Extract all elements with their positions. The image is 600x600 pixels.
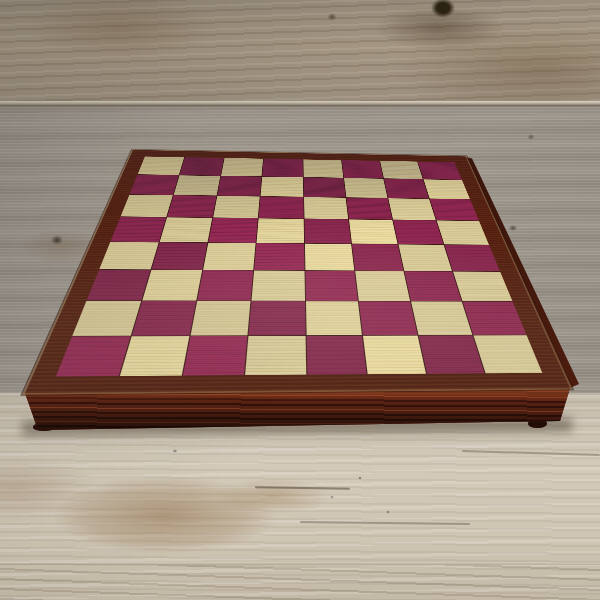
square-g2[interactable] — [411, 301, 472, 335]
square-b8[interactable] — [180, 157, 224, 175]
square-c6[interactable] — [213, 196, 260, 218]
square-f4[interactable] — [352, 244, 404, 271]
square-e8[interactable] — [303, 159, 343, 177]
square-f6[interactable] — [346, 198, 392, 220]
square-g5[interactable] — [393, 220, 443, 244]
square-e4[interactable] — [304, 243, 353, 270]
square-b5[interactable] — [160, 218, 213, 243]
square-d5[interactable] — [257, 219, 304, 243]
square-a1[interactable] — [56, 336, 131, 376]
square-g4[interactable] — [398, 244, 452, 271]
square-d4[interactable] — [255, 243, 305, 270]
square-d1[interactable] — [245, 336, 305, 375]
square-h8[interactable] — [418, 162, 462, 180]
square-d2[interactable] — [249, 301, 305, 335]
square-b3[interactable] — [142, 270, 202, 301]
square-d3[interactable] — [252, 270, 305, 300]
square-g7[interactable] — [384, 179, 429, 199]
square-e6[interactable] — [304, 197, 348, 219]
square-a5[interactable] — [111, 217, 167, 242]
square-g8[interactable] — [380, 161, 423, 179]
square-e7[interactable] — [303, 177, 345, 197]
square-f2[interactable] — [359, 301, 418, 335]
square-h2[interactable] — [462, 301, 526, 334]
photo-scene — [0, 0, 600, 600]
square-e1[interactable] — [306, 336, 366, 375]
square-a3[interactable] — [87, 270, 151, 301]
square-f3[interactable] — [355, 271, 410, 301]
chess-board-grid — [56, 156, 542, 376]
square-c2[interactable] — [191, 301, 251, 335]
square-b7[interactable] — [174, 175, 221, 195]
square-c8[interactable] — [221, 158, 263, 176]
square-c1[interactable] — [183, 336, 248, 376]
square-d6[interactable] — [259, 197, 303, 219]
square-b2[interactable] — [132, 301, 196, 336]
square-f7[interactable] — [344, 178, 388, 198]
square-d7[interactable] — [261, 177, 303, 197]
square-e2[interactable] — [306, 301, 362, 335]
square-f1[interactable] — [363, 336, 426, 375]
square-a8[interactable] — [138, 156, 185, 175]
square-a2[interactable] — [72, 301, 141, 336]
square-b1[interactable] — [120, 336, 190, 376]
square-c7[interactable] — [218, 176, 262, 196]
square-c5[interactable] — [209, 218, 258, 242]
square-h1[interactable] — [473, 335, 542, 373]
square-f5[interactable] — [349, 220, 398, 244]
square-f8[interactable] — [342, 160, 383, 178]
square-h7[interactable] — [423, 179, 470, 199]
square-a7[interactable] — [130, 175, 179, 195]
square-h3[interactable] — [453, 271, 512, 301]
square-d8[interactable] — [263, 159, 303, 177]
square-c3[interactable] — [198, 270, 254, 300]
square-h5[interactable] — [437, 221, 489, 245]
square-b6[interactable] — [167, 195, 216, 217]
square-a4[interactable] — [99, 242, 159, 269]
square-b4[interactable] — [152, 242, 208, 269]
square-h4[interactable] — [444, 245, 500, 271]
square-g6[interactable] — [388, 198, 436, 220]
square-e3[interactable] — [305, 271, 358, 301]
background-plank-top — [0, 0, 600, 102]
plank-grain-waves — [0, 565, 600, 600]
square-g3[interactable] — [404, 271, 461, 301]
square-a6[interactable] — [121, 195, 173, 217]
square-c4[interactable] — [203, 243, 256, 270]
square-h6[interactable] — [430, 199, 479, 221]
square-e5[interactable] — [304, 219, 351, 243]
